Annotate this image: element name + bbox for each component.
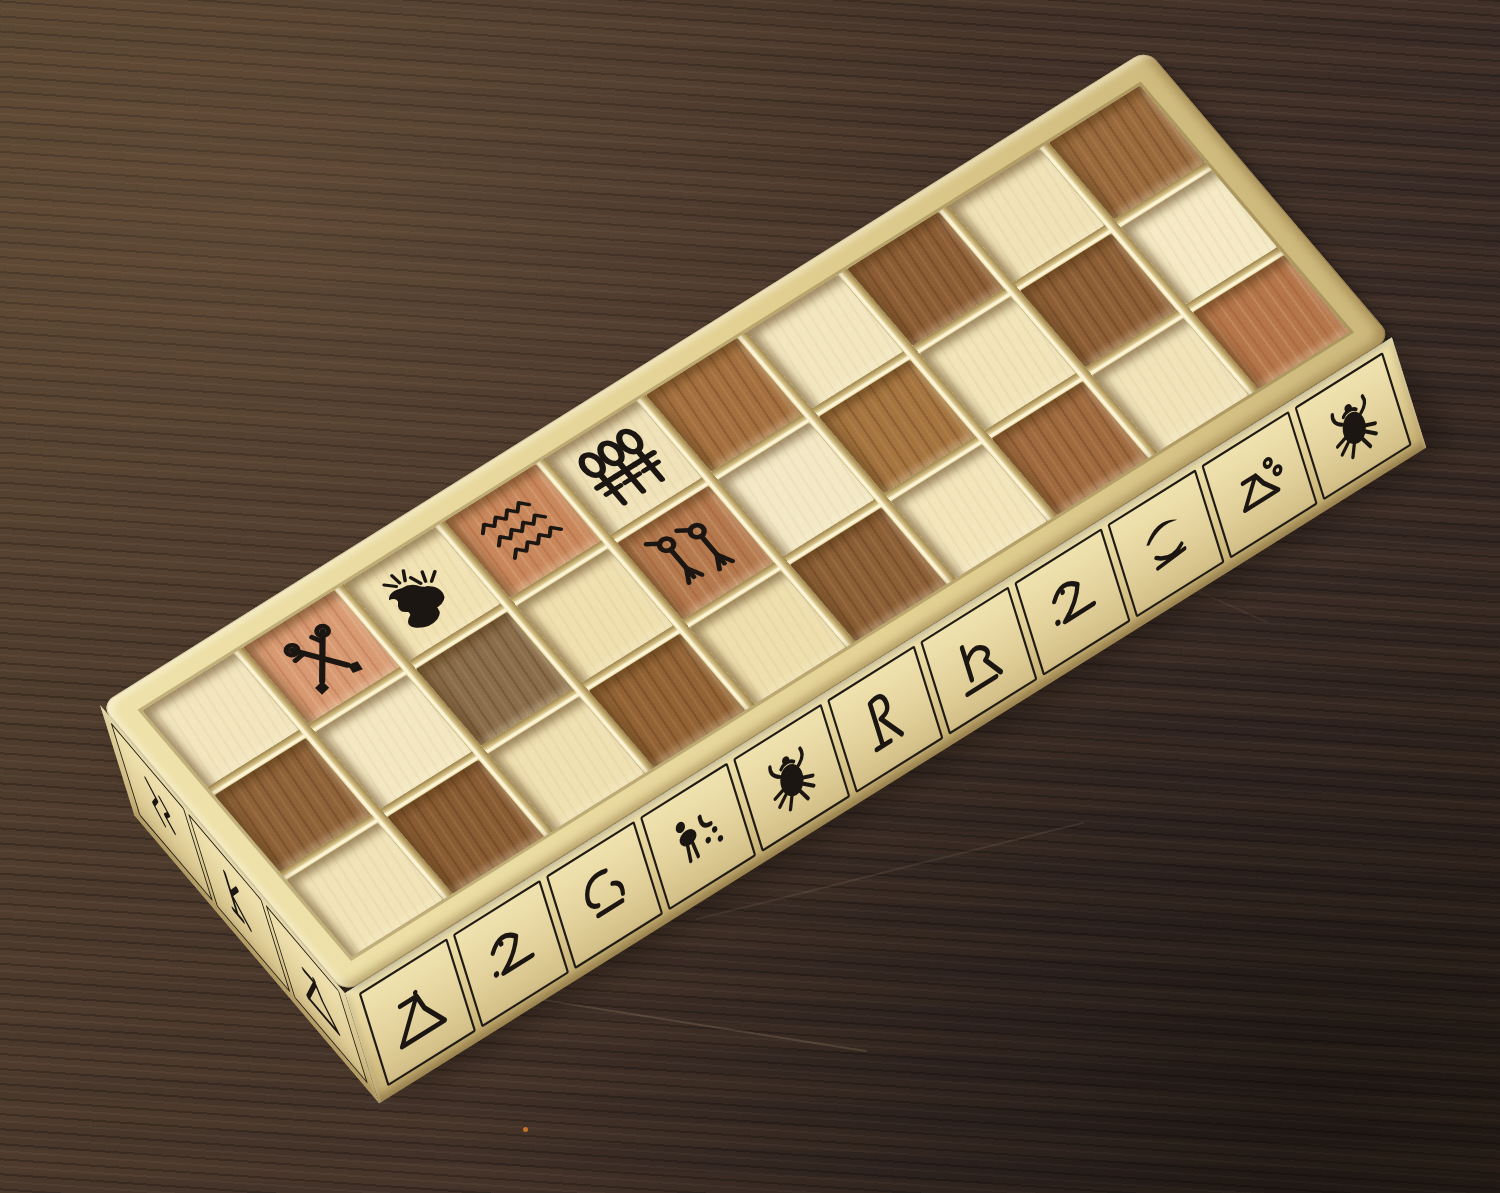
- duck-icon: [1030, 547, 1114, 656]
- wading-bird-icon: [843, 665, 927, 774]
- two-crossed-figures-icon: [259, 604, 383, 710]
- quail-chick-icon: [656, 782, 740, 891]
- three-birds-icon: [360, 541, 484, 647]
- reed-curl-icon: [562, 841, 646, 950]
- scarab-icon: [1311, 371, 1395, 480]
- three-ankhs-icon: [561, 415, 685, 521]
- duck-icon: [469, 899, 553, 1008]
- scarab-icon: [749, 723, 833, 832]
- table-surface: Wooden senet game box (ancient Egyptian …: [0, 0, 1500, 1193]
- two-birds-icon: [634, 500, 758, 606]
- leg-bird-icon: [937, 606, 1021, 715]
- goose-icon: [375, 958, 459, 1067]
- table-speck: [523, 1127, 528, 1132]
- sickle-bowl-icon: [1124, 489, 1208, 598]
- water-zigzag-icon: [461, 478, 585, 584]
- bird-circles-icon: [1218, 430, 1302, 539]
